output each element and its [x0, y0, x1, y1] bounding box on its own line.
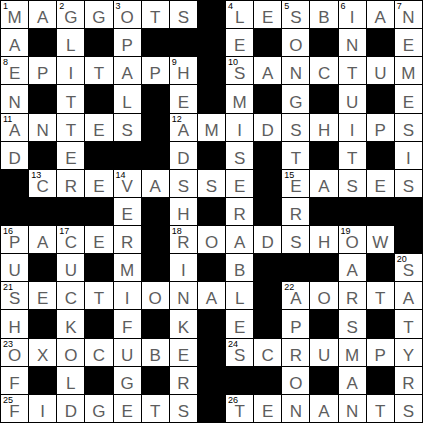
- cell-r9c10[interactable]: D: [254, 226, 281, 253]
- black-cell-r4c14: [367, 85, 394, 112]
- cell-letter: O: [57, 347, 84, 364]
- cell-letter: S: [395, 262, 422, 279]
- cell-r6c3[interactable]: E: [57, 142, 84, 169]
- cell-r15c15[interactable]: S: [395, 395, 422, 422]
- cell-r5c7[interactable]: 12A: [170, 114, 197, 141]
- cell-r8c11[interactable]: R: [282, 198, 309, 225]
- cell-letter: S: [170, 178, 197, 195]
- cell-r2c13[interactable]: N: [339, 29, 366, 56]
- cell-r11c3[interactable]: C: [57, 282, 84, 309]
- cell-letter: C: [310, 65, 337, 82]
- cell-letter: M: [339, 347, 366, 364]
- cell-r10c5[interactable]: M: [114, 254, 141, 281]
- cell-r10c3[interactable]: U: [57, 254, 84, 281]
- cell-r1c15[interactable]: 7N: [395, 1, 422, 28]
- cell-r2c5[interactable]: P: [114, 29, 141, 56]
- cell-r3c10[interactable]: A: [254, 57, 281, 84]
- black-cell-r12c10: [254, 310, 281, 337]
- cell-letter: E: [254, 403, 281, 420]
- cell-r10c9[interactable]: B: [226, 254, 253, 281]
- cell-r5c4[interactable]: E: [85, 114, 112, 141]
- cell-r3c7[interactable]: 9H: [170, 57, 197, 84]
- cell-letter: B: [310, 9, 337, 26]
- cell-letter: R: [282, 206, 309, 223]
- cell-letter: E: [282, 178, 309, 195]
- cell-letter: T: [395, 319, 422, 336]
- cell-r4c15[interactable]: E: [395, 85, 422, 112]
- black-cell-r12c6: [142, 310, 169, 337]
- cell-r8c9[interactable]: R: [226, 198, 253, 225]
- cell-r1c6[interactable]: T: [142, 1, 169, 28]
- cell-letter: K: [57, 319, 84, 336]
- black-cell-r6c12: [310, 142, 337, 169]
- cell-r15c10[interactable]: E: [254, 395, 281, 422]
- cell-r5c9[interactable]: I: [226, 114, 253, 141]
- cell-letter: N: [1, 94, 28, 111]
- cell-r4c3[interactable]: T: [57, 85, 84, 112]
- black-cell-r2c10: [254, 29, 281, 56]
- cell-letter: U: [310, 347, 337, 364]
- cell-r12c15[interactable]: T: [395, 310, 422, 337]
- cell-r3c14[interactable]: U: [367, 57, 394, 84]
- cell-r13c13[interactable]: M: [339, 339, 366, 366]
- black-cell-r6c4: [85, 142, 112, 169]
- cell-letter: E: [226, 319, 253, 336]
- black-cell-r10c10: [254, 254, 281, 281]
- cell-letter: A: [226, 234, 253, 251]
- black-cell-r9c15: [395, 226, 422, 253]
- cell-letter: P: [282, 319, 309, 336]
- cell-r4c9[interactable]: M: [226, 85, 253, 112]
- black-cell-r4c4: [85, 85, 112, 112]
- black-cell-r2c12: [310, 29, 337, 56]
- cell-letter: A: [254, 65, 281, 82]
- cell-r9c1[interactable]: 16P: [1, 226, 28, 253]
- cell-letter: S: [282, 122, 309, 139]
- cell-r5c13[interactable]: I: [339, 114, 366, 141]
- cell-letter: T: [57, 94, 84, 111]
- cell-r1c9[interactable]: 4L: [226, 1, 253, 28]
- cell-letter: T: [282, 150, 309, 167]
- cell-letter: P: [114, 37, 141, 54]
- cell-r8c5[interactable]: E: [114, 198, 141, 225]
- cell-letter: E: [114, 403, 141, 420]
- cell-r3c5[interactable]: A: [114, 57, 141, 84]
- cell-r1c14[interactable]: A: [367, 1, 394, 28]
- cell-r1c1[interactable]: 1M: [1, 1, 28, 28]
- cell-r5c1[interactable]: 11A: [1, 114, 28, 141]
- cell-r9c3[interactable]: 17C: [57, 226, 84, 253]
- cell-r3c15[interactable]: M: [395, 57, 422, 84]
- black-cell-r8c2: [29, 198, 56, 225]
- cell-letter: O: [310, 290, 337, 307]
- black-cell-r14c12: [310, 367, 337, 394]
- cell-r15c6[interactable]: T: [142, 395, 169, 422]
- cell-r3c11[interactable]: N: [282, 57, 309, 84]
- cell-r12c3[interactable]: K: [57, 310, 84, 337]
- cell-letter: K: [170, 319, 197, 336]
- cell-letter: O: [282, 37, 309, 54]
- cell-letter: G: [57, 9, 84, 26]
- black-cell-r12c8: [198, 310, 225, 337]
- cell-letter: T: [339, 65, 366, 82]
- cell-letter: E: [57, 150, 84, 167]
- cell-r15c3[interactable]: D: [57, 395, 84, 422]
- cell-r5c8[interactable]: M: [198, 114, 225, 141]
- cell-letter: T: [367, 403, 394, 420]
- cell-letter: S: [170, 9, 197, 26]
- cell-r4c5[interactable]: L: [114, 85, 141, 112]
- cell-letter: Y: [395, 347, 422, 364]
- cell-r13c5[interactable]: U: [114, 339, 141, 366]
- cell-r7c5[interactable]: 14V: [114, 170, 141, 197]
- cell-letter: S: [395, 122, 422, 139]
- cell-letter: R: [114, 234, 141, 251]
- cell-r7c7[interactable]: S: [170, 170, 197, 197]
- cell-r9c11[interactable]: S: [282, 226, 309, 253]
- cell-letter: D: [170, 150, 197, 167]
- cell-r10c15[interactable]: 20S: [395, 254, 422, 281]
- cell-r7c6[interactable]: A: [142, 170, 169, 197]
- cell-r11c4[interactable]: T: [85, 282, 112, 309]
- black-cell-r14c9: [226, 367, 253, 394]
- black-cell-r5c6: [142, 114, 169, 141]
- black-cell-r1c8: [198, 1, 225, 28]
- cell-r6c15[interactable]: I: [395, 142, 422, 169]
- black-cell-r7c1: [1, 170, 28, 197]
- cell-r7c4[interactable]: E: [85, 170, 112, 197]
- cell-r13c7[interactable]: E: [170, 339, 197, 366]
- cell-letter: T: [339, 150, 366, 167]
- cell-r4c11[interactable]: G: [282, 85, 309, 112]
- cell-r11c14[interactable]: T: [367, 282, 394, 309]
- cell-letter: A: [142, 178, 169, 195]
- cell-letter: I: [114, 290, 141, 307]
- cell-r9c5[interactable]: R: [114, 226, 141, 253]
- cell-r14c7[interactable]: R: [170, 367, 197, 394]
- cell-letter: L: [114, 94, 141, 111]
- cell-letter: L: [57, 375, 84, 392]
- cell-r6c1[interactable]: D: [1, 142, 28, 169]
- cell-r7c12[interactable]: A: [310, 170, 337, 197]
- cell-r9c9[interactable]: A: [226, 226, 253, 253]
- black-cell-r2c2: [29, 29, 56, 56]
- black-cell-r7c10: [254, 170, 281, 197]
- cell-r13c14[interactable]: P: [367, 339, 394, 366]
- cell-r1c2[interactable]: A: [29, 1, 56, 28]
- cell-letter: A: [310, 178, 337, 195]
- cell-letter: C: [85, 347, 112, 364]
- black-cell-r10c14: [367, 254, 394, 281]
- cell-letter: T: [142, 9, 169, 26]
- black-cell-r2c4: [85, 29, 112, 56]
- cell-r13c6[interactable]: B: [142, 339, 169, 366]
- cell-letter: P: [367, 122, 394, 139]
- cell-letter: S: [226, 347, 253, 364]
- cell-r4c7[interactable]: E: [170, 85, 197, 112]
- cell-r11c2[interactable]: E: [29, 282, 56, 309]
- cell-letter: I: [339, 122, 366, 139]
- cell-r15c14[interactable]: T: [367, 395, 394, 422]
- cell-r5c5[interactable]: S: [114, 114, 141, 141]
- cell-r11c11[interactable]: 22A: [282, 282, 309, 309]
- cell-r7c11[interactable]: 15E: [282, 170, 309, 197]
- cell-r12c9[interactable]: E: [226, 310, 253, 337]
- cell-letter: S: [282, 9, 309, 26]
- cell-r15c12[interactable]: A: [310, 395, 337, 422]
- cell-r6c7[interactable]: D: [170, 142, 197, 169]
- cell-letter: I: [57, 65, 84, 82]
- cell-r5c10[interactable]: D: [254, 114, 281, 141]
- cell-r5c12[interactable]: H: [310, 114, 337, 141]
- cell-r12c1[interactable]: H: [1, 310, 28, 337]
- black-cell-r4c8: [198, 85, 225, 112]
- cell-letter: B: [226, 262, 253, 279]
- cell-r3c9[interactable]: 10S: [226, 57, 253, 84]
- cell-letter: R: [226, 206, 253, 223]
- cell-r10c1[interactable]: U: [1, 254, 28, 281]
- cell-r15c9[interactable]: 26T: [226, 395, 253, 422]
- cell-letter: E: [395, 37, 422, 54]
- cell-r11c6[interactable]: O: [142, 282, 169, 309]
- cell-letter: D: [254, 122, 281, 139]
- cell-letter: S: [226, 65, 253, 82]
- cell-r9c4[interactable]: E: [85, 226, 112, 253]
- cell-r14c15[interactable]: R: [395, 367, 422, 394]
- cell-r1c4[interactable]: G: [85, 1, 112, 28]
- cell-letter: S: [282, 234, 309, 251]
- cell-letter: R: [57, 178, 84, 195]
- cell-r2c9[interactable]: E: [226, 29, 253, 56]
- cell-r13c9[interactable]: 24S: [226, 339, 253, 366]
- cell-letter: S: [170, 403, 197, 420]
- cell-letter: A: [367, 9, 394, 26]
- cell-r5c14[interactable]: P: [367, 114, 394, 141]
- cell-r11c12[interactable]: O: [310, 282, 337, 309]
- cell-r11c13[interactable]: R: [339, 282, 366, 309]
- cell-r5c2[interactable]: N: [29, 114, 56, 141]
- cell-r7c14[interactable]: E: [367, 170, 394, 197]
- cell-letter: I: [29, 403, 56, 420]
- cell-r3c3[interactable]: I: [57, 57, 84, 84]
- cell-r2c1[interactable]: A: [1, 29, 28, 56]
- cell-r7c9[interactable]: E: [226, 170, 253, 197]
- cell-r9c7[interactable]: 18R: [170, 226, 197, 253]
- cell-r6c11[interactable]: T: [282, 142, 309, 169]
- cell-r14c5[interactable]: G: [114, 367, 141, 394]
- black-cell-r12c14: [367, 310, 394, 337]
- cell-r4c1[interactable]: N: [1, 85, 28, 112]
- cell-r14c1[interactable]: F: [1, 367, 28, 394]
- cell-letter: T: [85, 65, 112, 82]
- black-cell-r8c3: [57, 198, 84, 225]
- cell-r11c1[interactable]: 21S: [1, 282, 28, 309]
- cell-letter: O: [339, 234, 366, 251]
- cell-letter: H: [170, 65, 197, 82]
- black-cell-r9c6: [142, 226, 169, 253]
- cell-r1c12[interactable]: B: [310, 1, 337, 28]
- cell-r2c11[interactable]: O: [282, 29, 309, 56]
- cell-r11c7[interactable]: N: [170, 282, 197, 309]
- cell-letter: F: [1, 403, 28, 420]
- cell-r3c12[interactable]: C: [310, 57, 337, 84]
- cell-r8c7[interactable]: H: [170, 198, 197, 225]
- cell-r7c8[interactable]: S: [198, 170, 225, 197]
- black-cell-r10c12: [310, 254, 337, 281]
- cell-r7c15[interactable]: S: [395, 170, 422, 197]
- cell-letter: H: [310, 122, 337, 139]
- cell-letter: I: [226, 122, 253, 139]
- cell-letter: B: [142, 347, 169, 364]
- cell-r10c7[interactable]: I: [170, 254, 197, 281]
- cell-letter: E: [226, 178, 253, 195]
- cell-r14c13[interactable]: A: [339, 367, 366, 394]
- cell-letter: X: [29, 347, 56, 364]
- cell-r13c4[interactable]: C: [85, 339, 112, 366]
- cell-letter: F: [114, 319, 141, 336]
- cell-r12c5[interactable]: F: [114, 310, 141, 337]
- cell-letter: W: [367, 234, 394, 251]
- cell-letter: S: [114, 122, 141, 139]
- cell-r1c3[interactable]: 2G: [57, 1, 84, 28]
- cell-letter: R: [282, 347, 309, 364]
- black-cell-r4c10: [254, 85, 281, 112]
- black-cell-r8c8: [198, 198, 225, 225]
- cell-r1c7[interactable]: S: [170, 1, 197, 28]
- cell-letter: T: [57, 122, 84, 139]
- cell-r3c1[interactable]: 8E: [1, 57, 28, 84]
- cell-r15c1[interactable]: 25F: [1, 395, 28, 422]
- cell-r12c11[interactable]: P: [282, 310, 309, 337]
- cell-letter: U: [57, 262, 84, 279]
- cell-letter: G: [85, 403, 112, 420]
- cell-letter: E: [395, 94, 422, 111]
- cell-r6c13[interactable]: T: [339, 142, 366, 169]
- cell-r11c9[interactable]: L: [226, 282, 253, 309]
- cell-r3c4[interactable]: T: [85, 57, 112, 84]
- cell-r9c14[interactable]: W: [367, 226, 394, 253]
- cell-r11c5[interactable]: I: [114, 282, 141, 309]
- cell-letter: S: [226, 150, 253, 167]
- cell-r13c2[interactable]: X: [29, 339, 56, 366]
- cell-letter: A: [282, 290, 309, 307]
- cell-r5c15[interactable]: S: [395, 114, 422, 141]
- cell-r13c15[interactable]: Y: [395, 339, 422, 366]
- cell-letter: M: [226, 94, 253, 111]
- black-cell-r8c13: [339, 198, 366, 225]
- cell-r1c13[interactable]: 6I: [339, 1, 366, 28]
- cell-r9c12[interactable]: H: [310, 226, 337, 253]
- cell-r15c7[interactable]: S: [170, 395, 197, 422]
- cell-r1c5[interactable]: 3O: [114, 1, 141, 28]
- cell-letter: A: [29, 9, 56, 26]
- cell-r15c13[interactable]: N: [339, 395, 366, 422]
- cell-letter: D: [254, 234, 281, 251]
- cell-r14c3[interactable]: L: [57, 367, 84, 394]
- cell-letter: I: [170, 262, 197, 279]
- cell-r15c5[interactable]: E: [114, 395, 141, 422]
- cell-r5c11[interactable]: S: [282, 114, 309, 141]
- cell-r13c3[interactable]: O: [57, 339, 84, 366]
- cell-r10c13[interactable]: A: [339, 254, 366, 281]
- cell-letter: E: [1, 65, 28, 82]
- cell-letter: H: [310, 234, 337, 251]
- cell-r5c3[interactable]: T: [57, 114, 84, 141]
- cell-letter: C: [254, 347, 281, 364]
- cell-letter: T: [367, 290, 394, 307]
- cell-r2c15[interactable]: E: [395, 29, 422, 56]
- cell-r1c11[interactable]: 5S: [282, 1, 309, 28]
- cell-r7c3[interactable]: R: [57, 170, 84, 197]
- cell-letter: R: [170, 234, 197, 251]
- cell-r7c2[interactable]: 13C: [29, 170, 56, 197]
- cell-r15c11[interactable]: N: [282, 395, 309, 422]
- cell-r1c10[interactable]: E: [254, 1, 281, 28]
- cell-r11c8[interactable]: A: [198, 282, 225, 309]
- black-cell-r12c4: [85, 310, 112, 337]
- black-cell-r6c2: [29, 142, 56, 169]
- cell-letter: N: [170, 290, 197, 307]
- black-cell-r4c12: [310, 85, 337, 112]
- cell-r13c12[interactable]: U: [310, 339, 337, 366]
- black-cell-r10c11: [282, 254, 309, 281]
- cell-r9c13[interactable]: 19O: [339, 226, 366, 253]
- cell-letter: N: [29, 122, 56, 139]
- black-cell-r14c14: [367, 367, 394, 394]
- cell-r11c15[interactable]: A: [395, 282, 422, 309]
- black-cell-r12c2: [29, 310, 56, 337]
- cell-r12c7[interactable]: K: [170, 310, 197, 337]
- cell-letter: P: [367, 347, 394, 364]
- cell-r13c1[interactable]: 23O: [1, 339, 28, 366]
- cell-r15c4[interactable]: G: [85, 395, 112, 422]
- cell-letter: H: [170, 206, 197, 223]
- cell-letter: C: [57, 290, 84, 307]
- cell-r12c13[interactable]: S: [339, 310, 366, 337]
- cell-letter: U: [114, 347, 141, 364]
- cell-letter: U: [339, 94, 366, 111]
- cell-r9c2[interactable]: A: [29, 226, 56, 253]
- cell-letter: F: [1, 375, 28, 392]
- cell-r9c8[interactable]: O: [198, 226, 225, 253]
- cell-r3c2[interactable]: P: [29, 57, 56, 84]
- cell-r14c11[interactable]: O: [282, 367, 309, 394]
- cell-r2c3[interactable]: L: [57, 29, 84, 56]
- cell-letter: N: [339, 37, 366, 54]
- black-cell-r6c5: [114, 142, 141, 169]
- black-cell-r14c6: [142, 367, 169, 394]
- cell-r3c6[interactable]: P: [142, 57, 169, 84]
- cell-letter: A: [114, 65, 141, 82]
- cell-r13c10[interactable]: C: [254, 339, 281, 366]
- cell-letter: E: [114, 206, 141, 223]
- black-cell-r15c8: [198, 395, 225, 422]
- cell-r6c9[interactable]: S: [226, 142, 253, 169]
- cell-r13c11[interactable]: R: [282, 339, 309, 366]
- cell-letter: C: [57, 234, 84, 251]
- black-cell-r8c12: [310, 198, 337, 225]
- black-cell-r14c4: [85, 367, 112, 394]
- black-cell-r14c2: [29, 367, 56, 394]
- cell-letter: L: [57, 37, 84, 54]
- black-cell-r10c2: [29, 254, 56, 281]
- black-cell-r10c4: [85, 254, 112, 281]
- cell-r4c13[interactable]: U: [339, 85, 366, 112]
- cell-r3c13[interactable]: T: [339, 57, 366, 84]
- cell-r15c2[interactable]: I: [29, 395, 56, 422]
- cell-letter: M: [1, 9, 28, 26]
- cell-r7c13[interactable]: S: [339, 170, 366, 197]
